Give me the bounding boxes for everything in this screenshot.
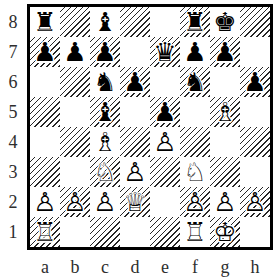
square-e7[interactable]: ♛ bbox=[150, 37, 180, 67]
file-labels: abcdefgh bbox=[30, 257, 270, 277]
square-g2[interactable]: ♙ bbox=[210, 187, 240, 217]
rank-label-2: 2 bbox=[0, 187, 26, 217]
square-d8[interactable] bbox=[120, 7, 150, 37]
rank-label-8: 8 bbox=[0, 7, 26, 37]
square-d7[interactable] bbox=[120, 37, 150, 67]
square-b4[interactable] bbox=[60, 127, 90, 157]
rank-label-5: 5 bbox=[0, 97, 26, 127]
square-a2[interactable]: ♙ bbox=[30, 187, 60, 217]
square-e2[interactable] bbox=[150, 187, 180, 217]
square-h8[interactable] bbox=[240, 7, 270, 37]
white-pawn-icon: ♙ bbox=[153, 129, 176, 155]
square-g6[interactable] bbox=[210, 67, 240, 97]
square-a4[interactable] bbox=[30, 127, 60, 157]
chess-board: ♜♝♜♚♟♟♟♛♟♟♞♟♞♟♝♟♗♗♙♘♙♘♙♙♙♕♙♙♙♖♖♔ bbox=[27, 4, 273, 250]
square-g5[interactable]: ♗ bbox=[210, 97, 240, 127]
white-rook-icon: ♖ bbox=[33, 219, 56, 245]
black-pawn-icon: ♟ bbox=[213, 39, 236, 65]
square-f7[interactable]: ♟ bbox=[180, 37, 210, 67]
square-b8[interactable] bbox=[60, 7, 90, 37]
square-b3[interactable] bbox=[60, 157, 90, 187]
square-b6[interactable] bbox=[60, 67, 90, 97]
square-g3[interactable] bbox=[210, 157, 240, 187]
square-c8[interactable]: ♝ bbox=[90, 7, 120, 37]
square-h4[interactable] bbox=[240, 127, 270, 157]
white-pawn-icon: ♙ bbox=[63, 189, 86, 215]
square-h5[interactable] bbox=[240, 97, 270, 127]
square-e1[interactable] bbox=[150, 217, 180, 247]
square-d5[interactable] bbox=[120, 97, 150, 127]
square-c7[interactable]: ♟ bbox=[90, 37, 120, 67]
black-pawn-icon: ♟ bbox=[123, 69, 146, 95]
file-label-g: g bbox=[210, 257, 240, 277]
black-pawn-icon: ♟ bbox=[243, 69, 266, 95]
white-knight-icon: ♘ bbox=[93, 159, 116, 185]
file-label-d: d bbox=[120, 257, 150, 277]
square-a7[interactable]: ♟ bbox=[30, 37, 60, 67]
square-f5[interactable] bbox=[180, 97, 210, 127]
rank-label-4: 4 bbox=[0, 127, 26, 157]
black-pawn-icon: ♟ bbox=[153, 99, 176, 125]
white-pawn-icon: ♙ bbox=[183, 189, 206, 215]
file-label-h: h bbox=[240, 257, 270, 277]
square-g7[interactable]: ♟ bbox=[210, 37, 240, 67]
white-pawn-icon: ♙ bbox=[33, 189, 56, 215]
square-b5[interactable] bbox=[60, 97, 90, 127]
square-d1[interactable] bbox=[120, 217, 150, 247]
square-c2[interactable]: ♙ bbox=[90, 187, 120, 217]
square-e5[interactable]: ♟ bbox=[150, 97, 180, 127]
black-rook-icon: ♜ bbox=[183, 9, 206, 35]
square-h1[interactable] bbox=[240, 217, 270, 247]
square-d6[interactable]: ♟ bbox=[120, 67, 150, 97]
square-c5[interactable]: ♝ bbox=[90, 97, 120, 127]
square-c4[interactable]: ♗ bbox=[90, 127, 120, 157]
black-queen-icon: ♛ bbox=[153, 39, 176, 65]
chess-diagram: 87654321 ♜♝♜♚♟♟♟♛♟♟♞♟♞♟♝♟♗♗♙♘♙♘♙♙♙♕♙♙♙♖♖… bbox=[0, 0, 278, 280]
square-c1[interactable] bbox=[90, 217, 120, 247]
black-rook-icon: ♜ bbox=[33, 9, 56, 35]
rank-label-7: 7 bbox=[0, 37, 26, 67]
square-d2[interactable]: ♕ bbox=[120, 187, 150, 217]
black-pawn-icon: ♟ bbox=[33, 39, 56, 65]
file-label-a: a bbox=[30, 257, 60, 277]
black-knight-icon: ♞ bbox=[183, 69, 206, 95]
black-pawn-icon: ♟ bbox=[93, 39, 116, 65]
square-h7[interactable] bbox=[240, 37, 270, 67]
square-h2[interactable]: ♙ bbox=[240, 187, 270, 217]
square-b7[interactable]: ♟ bbox=[60, 37, 90, 67]
square-h6[interactable]: ♟ bbox=[240, 67, 270, 97]
square-a5[interactable] bbox=[30, 97, 60, 127]
square-e8[interactable] bbox=[150, 7, 180, 37]
white-pawn-icon: ♙ bbox=[243, 189, 266, 215]
white-bishop-icon: ♗ bbox=[93, 129, 116, 155]
file-label-b: b bbox=[60, 257, 90, 277]
square-a8[interactable]: ♜ bbox=[30, 7, 60, 37]
black-bishop-icon: ♝ bbox=[93, 99, 116, 125]
black-knight-icon: ♞ bbox=[93, 69, 116, 95]
file-label-f: f bbox=[180, 257, 210, 277]
square-c3[interactable]: ♘ bbox=[90, 157, 120, 187]
rank-labels: 87654321 bbox=[0, 7, 26, 247]
white-pawn-icon: ♙ bbox=[93, 189, 116, 215]
square-f8[interactable]: ♜ bbox=[180, 7, 210, 37]
square-g8[interactable]: ♚ bbox=[210, 7, 240, 37]
white-king-icon: ♔ bbox=[213, 219, 236, 245]
white-rook-icon: ♖ bbox=[183, 219, 206, 245]
white-knight-icon: ♘ bbox=[183, 159, 206, 185]
square-d4[interactable] bbox=[120, 127, 150, 157]
square-c6[interactable]: ♞ bbox=[90, 67, 120, 97]
white-pawn-icon: ♙ bbox=[123, 159, 146, 185]
square-h3[interactable] bbox=[240, 157, 270, 187]
file-label-e: e bbox=[150, 257, 180, 277]
square-a1[interactable]: ♖ bbox=[30, 217, 60, 247]
square-f6[interactable]: ♞ bbox=[180, 67, 210, 97]
rank-label-1: 1 bbox=[0, 217, 26, 247]
black-pawn-icon: ♟ bbox=[63, 39, 86, 65]
white-queen-icon: ♕ bbox=[123, 189, 146, 215]
square-a3[interactable] bbox=[30, 157, 60, 187]
black-bishop-icon: ♝ bbox=[93, 9, 116, 35]
square-f3[interactable]: ♘ bbox=[180, 157, 210, 187]
square-e4[interactable]: ♙ bbox=[150, 127, 180, 157]
square-d3[interactable]: ♙ bbox=[120, 157, 150, 187]
file-label-c: c bbox=[90, 257, 120, 277]
square-e3[interactable] bbox=[150, 157, 180, 187]
square-f1[interactable]: ♖ bbox=[180, 217, 210, 247]
black-pawn-icon: ♟ bbox=[183, 39, 206, 65]
square-f4[interactable] bbox=[180, 127, 210, 157]
black-king-icon: ♚ bbox=[213, 9, 236, 35]
rank-label-6: 6 bbox=[0, 67, 26, 97]
square-f2[interactable]: ♙ bbox=[180, 187, 210, 217]
white-bishop-icon: ♗ bbox=[213, 99, 236, 125]
square-b2[interactable]: ♙ bbox=[60, 187, 90, 217]
square-a6[interactable] bbox=[30, 67, 60, 97]
square-b1[interactable] bbox=[60, 217, 90, 247]
square-g4[interactable] bbox=[210, 127, 240, 157]
square-g1[interactable]: ♔ bbox=[210, 217, 240, 247]
white-pawn-icon: ♙ bbox=[213, 189, 236, 215]
square-e6[interactable] bbox=[150, 67, 180, 97]
rank-label-3: 3 bbox=[0, 157, 26, 187]
